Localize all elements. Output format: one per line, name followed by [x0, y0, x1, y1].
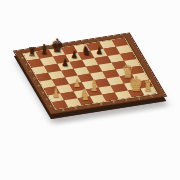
product-photo-scene: abcdefgh 87654321 ♜♝♚♟♞♟♟♛♟♟♝♞♚♜: [0, 0, 180, 180]
